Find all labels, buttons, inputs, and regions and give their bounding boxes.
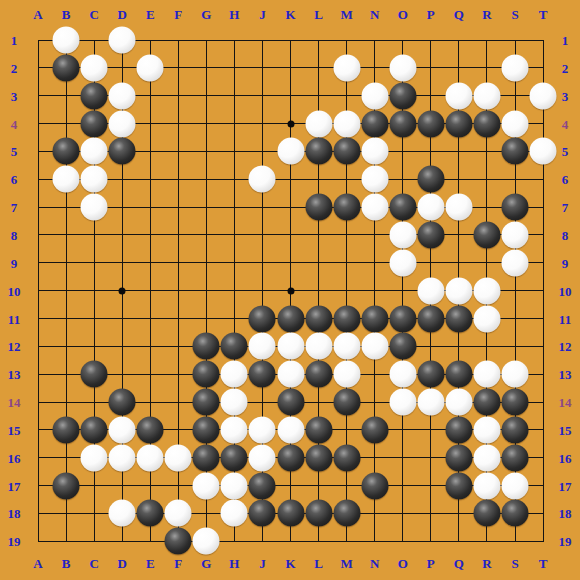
stone-black[interactable] [333,444,360,471]
stone-white[interactable] [249,166,276,193]
grid-horizontal-line [38,234,544,235]
column-label: O [398,8,408,21]
stone-white[interactable] [389,389,416,416]
stone-black[interactable] [81,82,108,109]
stone-black[interactable] [81,110,108,137]
grid-horizontal-line [38,67,544,68]
stone-black[interactable] [193,333,220,360]
grid-horizontal-line [38,541,544,542]
stone-black[interactable] [361,305,388,332]
stone-black[interactable] [249,361,276,388]
stone-black[interactable] [277,500,304,527]
stone-white[interactable] [221,472,248,499]
stone-black[interactable] [361,472,388,499]
grid-horizontal-line [38,262,544,263]
row-label: 1 [562,34,569,47]
stone-white[interactable] [361,194,388,221]
column-label: H [229,557,239,570]
star-point [287,287,294,294]
row-label: 17 [8,479,21,492]
grid-vertical-line [543,40,544,542]
stone-black[interactable] [417,305,444,332]
stone-white[interactable] [81,194,108,221]
column-label: S [511,557,518,570]
stone-black[interactable] [417,110,444,137]
row-label: 3 [11,89,18,102]
stone-black[interactable] [277,305,304,332]
grid-vertical-line [66,40,67,542]
row-label: 19 [8,535,21,548]
stone-black[interactable] [445,444,472,471]
stone-black[interactable] [445,305,472,332]
column-label: P [427,8,435,21]
stone-black[interactable] [305,444,332,471]
column-label: E [146,557,155,570]
stone-white[interactable] [417,389,444,416]
row-label: 13 [559,368,572,381]
stone-white[interactable] [165,500,192,527]
column-label: M [341,8,353,21]
row-label: 4 [562,117,569,130]
stone-white[interactable] [249,444,276,471]
stone-white[interactable] [221,389,248,416]
stone-black[interactable] [221,333,248,360]
stone-white[interactable] [165,444,192,471]
row-label: 8 [562,228,569,241]
stone-white[interactable] [333,361,360,388]
stone-white[interactable] [81,444,108,471]
stone-black[interactable] [305,500,332,527]
stone-black[interactable] [53,416,80,443]
stone-black[interactable] [473,110,500,137]
stone-white[interactable] [109,110,136,137]
column-label: R [482,8,491,21]
stone-white[interactable] [502,221,529,248]
stone-black[interactable] [502,444,529,471]
row-label: 7 [562,201,569,214]
stone-black[interactable] [502,138,529,165]
stone-black[interactable] [305,416,332,443]
stone-white[interactable] [333,54,360,81]
column-label: D [117,8,126,21]
column-label: A [33,8,42,21]
stone-white[interactable] [53,166,80,193]
row-label: 19 [559,535,572,548]
stone-white[interactable] [389,221,416,248]
stone-black[interactable] [193,416,220,443]
stone-white[interactable] [502,54,529,81]
column-label: E [146,8,155,21]
row-label: 6 [562,173,569,186]
stone-white[interactable] [249,333,276,360]
stone-white[interactable] [473,444,500,471]
row-label: 14 [559,396,572,409]
stone-black[interactable] [445,110,472,137]
stone-white[interactable] [277,333,304,360]
stone-black[interactable] [361,416,388,443]
stone-white[interactable] [81,138,108,165]
stone-white[interactable] [277,361,304,388]
stone-black[interactable] [333,389,360,416]
stone-white[interactable] [502,249,529,276]
stone-white[interactable] [53,27,80,54]
stone-white[interactable] [445,82,472,109]
stone-black[interactable] [81,361,108,388]
stone-white[interactable] [305,333,332,360]
stone-black[interactable] [109,138,136,165]
stone-black[interactable] [193,389,220,416]
stone-white[interactable] [81,54,108,81]
column-label: L [314,8,323,21]
stone-black[interactable] [445,472,472,499]
stone-white[interactable] [137,444,164,471]
column-label: S [511,8,518,21]
column-label: N [370,8,379,21]
stone-black[interactable] [389,82,416,109]
stone-black[interactable] [137,416,164,443]
stone-white[interactable] [81,166,108,193]
row-label: 1 [11,34,18,47]
column-label: A [33,557,42,570]
stone-black[interactable] [502,416,529,443]
row-label: 9 [11,256,18,269]
column-label: K [285,8,295,21]
row-label: 10 [8,284,21,297]
stone-black[interactable] [417,361,444,388]
stone-black[interactable] [389,333,416,360]
grid-vertical-line [38,40,39,542]
stone-white[interactable] [445,277,472,304]
stone-white[interactable] [277,138,304,165]
row-label: 16 [559,451,572,464]
stone-white[interactable] [389,249,416,276]
column-label: B [62,557,71,570]
row-label: 5 [11,145,18,158]
stone-white[interactable] [249,416,276,443]
stone-white[interactable] [109,82,136,109]
column-label: G [201,557,211,570]
column-label: J [259,8,266,21]
stone-black[interactable] [249,305,276,332]
stone-black[interactable] [417,221,444,248]
column-label: J [259,557,266,570]
column-label: H [229,8,239,21]
stone-black[interactable] [277,444,304,471]
stone-white[interactable] [445,194,472,221]
row-label: 3 [562,89,569,102]
star-point [119,287,126,294]
stone-white[interactable] [333,333,360,360]
row-label: 13 [8,368,21,381]
stone-black[interactable] [417,166,444,193]
column-label: C [89,557,98,570]
stone-white[interactable] [109,27,136,54]
stone-white[interactable] [502,472,529,499]
row-label: 10 [559,284,572,297]
stone-black[interactable] [53,472,80,499]
stone-black[interactable] [502,389,529,416]
stone-black[interactable] [193,444,220,471]
stone-white[interactable] [417,277,444,304]
row-label: 4 [11,117,18,130]
stone-black[interactable] [333,500,360,527]
stone-white[interactable] [109,416,136,443]
stone-white[interactable] [109,444,136,471]
stone-white[interactable] [221,500,248,527]
stone-white[interactable] [417,194,444,221]
stone-white[interactable] [305,110,332,137]
stone-white[interactable] [473,361,500,388]
stone-black[interactable] [389,194,416,221]
stone-black[interactable] [445,361,472,388]
stone-black[interactable] [109,389,136,416]
stone-white[interactable] [473,82,500,109]
stone-black[interactable] [53,54,80,81]
column-label: Q [454,8,464,21]
column-label: T [539,557,548,570]
stone-white[interactable] [530,82,557,109]
row-label: 14 [8,396,21,409]
row-label: 18 [559,507,572,520]
stone-black[interactable] [165,528,192,555]
stone-black[interactable] [193,361,220,388]
stone-white[interactable] [473,277,500,304]
stone-black[interactable] [502,194,529,221]
go-board-screen: AABBCCDDEEFFGGHHJJKKLLMMNNOOPPQQRRSSTT11… [0,0,580,580]
row-label: 15 [559,423,572,436]
row-label: 11 [559,312,571,325]
stone-white[interactable] [361,333,388,360]
stone-black[interactable] [53,138,80,165]
row-label: 11 [8,312,20,325]
row-label: 8 [11,228,18,241]
stone-black[interactable] [473,389,500,416]
column-label: C [89,8,98,21]
stone-black[interactable] [305,138,332,165]
stone-black[interactable] [81,416,108,443]
stone-black[interactable] [333,138,360,165]
stone-black[interactable] [333,305,360,332]
row-label: 7 [11,201,18,214]
row-label: 15 [8,423,21,436]
column-label: K [285,557,295,570]
column-label: F [174,8,182,21]
row-label: 12 [559,340,572,353]
stone-white[interactable] [277,416,304,443]
stone-black[interactable] [137,500,164,527]
star-point [287,120,294,127]
row-label: 5 [562,145,569,158]
stone-white[interactable] [333,110,360,137]
row-label: 12 [8,340,21,353]
stone-white[interactable] [109,500,136,527]
row-label: 16 [8,451,21,464]
column-label: D [117,557,126,570]
grid-horizontal-line [38,179,544,180]
stone-black[interactable] [221,444,248,471]
stone-white[interactable] [473,472,500,499]
stone-white[interactable] [473,305,500,332]
stone-black[interactable] [502,500,529,527]
stone-white[interactable] [445,389,472,416]
stone-black[interactable] [305,305,332,332]
stone-black[interactable] [305,194,332,221]
stone-white[interactable] [193,472,220,499]
stone-white[interactable] [221,361,248,388]
stone-white[interactable] [502,110,529,137]
column-label: T [539,8,548,21]
stone-white[interactable] [473,416,500,443]
stone-white[interactable] [389,361,416,388]
column-label: L [314,557,323,570]
stone-black[interactable] [389,110,416,137]
stone-white[interactable] [530,138,557,165]
stone-black[interactable] [361,110,388,137]
stone-white[interactable] [361,138,388,165]
stone-black[interactable] [445,416,472,443]
stone-white[interactable] [137,54,164,81]
stone-black[interactable] [473,500,500,527]
column-label: B [62,8,71,21]
stone-black[interactable] [389,305,416,332]
stone-black[interactable] [249,500,276,527]
column-label: G [201,8,211,21]
column-label: F [174,557,182,570]
column-label: P [427,557,435,570]
stone-black[interactable] [305,361,332,388]
column-label: M [341,557,353,570]
column-label: Q [454,557,464,570]
stone-black[interactable] [473,221,500,248]
stone-white[interactable] [361,82,388,109]
row-label: 18 [8,507,21,520]
row-label: 2 [562,61,569,74]
row-label: 6 [11,173,18,186]
row-label: 2 [11,61,18,74]
stone-white[interactable] [389,54,416,81]
stone-black[interactable] [277,389,304,416]
column-label: R [482,557,491,570]
row-label: 17 [559,479,572,492]
row-label: 9 [562,256,569,269]
stone-white[interactable] [193,528,220,555]
stone-black[interactable] [249,472,276,499]
stone-white[interactable] [221,416,248,443]
column-label: O [398,557,408,570]
stone-white[interactable] [361,166,388,193]
stone-black[interactable] [333,194,360,221]
stone-white[interactable] [502,361,529,388]
column-label: N [370,557,379,570]
